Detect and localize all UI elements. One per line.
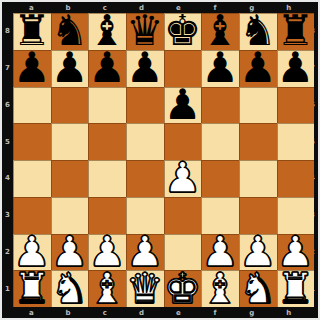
square-h5[interactable] [277,123,315,160]
square-e8[interactable]: ♚ [164,13,202,50]
piece-black-pawn-d7: ♟ [126,50,164,86]
square-b4[interactable] [51,160,89,197]
square-d3[interactable] [126,197,164,234]
square-f2[interactable]: ♟ [201,234,239,271]
square-a1[interactable]: ♜ [13,270,51,307]
square-e1[interactable]: ♚ [164,270,202,307]
square-a5[interactable] [13,123,51,160]
file-label-f: f [214,309,217,317]
square-a6[interactable] [13,87,51,124]
file-label-a: a [29,309,34,317]
rank-label-2: 2 [5,248,10,256]
piece-black-pawn-e6: ♟ [164,87,202,123]
square-h2[interactable]: ♟ [277,234,315,271]
square-a2[interactable]: ♟ [13,234,51,271]
piece-white-pawn-f2: ♟ [201,234,239,270]
square-b8[interactable]: ♞ [51,13,89,50]
square-a7[interactable]: ♟ [13,50,51,87]
piece-white-bishop-c1: ♝ [88,271,126,307]
square-f1[interactable]: ♝ [201,270,239,307]
square-g4[interactable] [239,160,277,197]
square-g6[interactable] [239,87,277,124]
rank-label-5: 5 [5,138,10,146]
piece-black-pawn-f7: ♟ [201,50,239,86]
piece-black-pawn-b7: ♟ [51,50,89,86]
square-c3[interactable] [88,197,126,234]
square-a3[interactable] [13,197,51,234]
piece-black-king-e8: ♚ [164,13,202,49]
rank-label-4: 4 [5,174,10,182]
file-label-h: h [286,309,291,317]
square-d2[interactable]: ♟ [126,234,164,271]
square-f7[interactable]: ♟ [201,50,239,87]
file-label-g: g [249,4,254,12]
square-b7[interactable]: ♟ [51,50,89,87]
piece-black-queen-d8: ♛ [126,13,164,49]
piece-white-bishop-f1: ♝ [201,271,239,307]
square-b3[interactable] [51,197,89,234]
square-e2[interactable] [164,234,202,271]
file-label-c: c [103,309,107,317]
square-g2[interactable]: ♟ [239,234,277,271]
piece-white-queen-d1: ♛ [126,271,164,307]
square-d4[interactable] [126,160,164,197]
square-f6[interactable] [201,87,239,124]
file-label-e: e [176,309,181,317]
piece-white-king-e1: ♚ [164,271,202,307]
piece-black-knight-g8: ♞ [239,13,277,49]
square-c1[interactable]: ♝ [88,270,126,307]
rank-label-7: 7 [5,64,10,72]
file-label-b: b [66,309,71,317]
file-label-a: a [29,4,34,12]
piece-white-pawn-g2: ♟ [239,234,277,270]
square-d8[interactable]: ♛ [126,13,164,50]
square-d1[interactable]: ♛ [126,270,164,307]
rank-label-3: 3 [5,211,10,219]
square-h1[interactable]: ♜ [277,270,315,307]
file-label-e: e [176,4,181,12]
square-e3[interactable] [164,197,202,234]
piece-black-pawn-c7: ♟ [88,50,126,86]
rank-label-1: 1 [5,285,10,293]
rank-label-6: 6 [5,101,10,109]
square-b1[interactable]: ♞ [51,270,89,307]
square-g7[interactable]: ♟ [239,50,277,87]
piece-white-rook-h1: ♜ [277,271,315,307]
square-c5[interactable] [88,123,126,160]
square-a8[interactable]: ♜ [13,13,51,50]
square-h4[interactable] [277,160,315,197]
piece-white-pawn-a2: ♟ [13,234,51,270]
square-h8[interactable]: ♜ [277,13,315,50]
piece-black-pawn-a7: ♟ [13,50,51,86]
piece-white-pawn-h2: ♟ [277,234,315,270]
square-c7[interactable]: ♟ [88,50,126,87]
square-e4[interactable]: ♟ [164,160,202,197]
piece-white-pawn-b2: ♟ [51,234,89,270]
square-b5[interactable] [51,123,89,160]
piece-black-bishop-c8: ♝ [88,13,126,49]
square-f8[interactable]: ♝ [201,13,239,50]
square-b2[interactable]: ♟ [51,234,89,271]
square-g8[interactable]: ♞ [239,13,277,50]
file-label-f: f [214,4,217,12]
piece-white-rook-a1: ♜ [13,271,51,307]
file-label-g: g [249,309,254,317]
piece-white-knight-g1: ♞ [239,271,277,307]
file-labels-bottom: abcdefgh [13,307,307,318]
square-g5[interactable] [239,123,277,160]
square-a4[interactable] [13,160,51,197]
file-labels-top: abcdefgh [13,2,307,13]
piece-black-pawn-h7: ♟ [277,50,315,86]
square-e6[interactable]: ♟ [164,87,202,124]
piece-black-rook-a8: ♜ [13,13,51,49]
square-g1[interactable]: ♞ [239,270,277,307]
square-c8[interactable]: ♝ [88,13,126,50]
square-c4[interactable] [88,160,126,197]
square-b6[interactable] [51,87,89,124]
square-f4[interactable] [201,160,239,197]
piece-white-pawn-d2: ♟ [126,234,164,270]
file-label-d: d [139,4,144,12]
square-f5[interactable] [201,123,239,160]
piece-white-knight-b1: ♞ [51,271,89,307]
piece-white-pawn-c2: ♟ [88,234,126,270]
square-f3[interactable] [201,197,239,234]
rank-labels-left: 87654321 [2,13,13,307]
square-h3[interactable] [277,197,315,234]
piece-white-pawn-e4: ♟ [164,160,202,196]
file-label-c: c [103,4,107,12]
square-d5[interactable] [126,123,164,160]
square-h7[interactable]: ♟ [277,50,315,87]
piece-black-pawn-g7: ♟ [239,50,277,86]
square-e5[interactable] [164,123,202,160]
square-d7[interactable]: ♟ [126,50,164,87]
page-background: { "game": "chess", "position": { "fen": … [0,0,320,320]
piece-black-rook-h8: ♜ [277,13,315,49]
square-c2[interactable]: ♟ [88,234,126,271]
square-c6[interactable] [88,87,126,124]
rank-label-8: 8 [5,27,10,35]
chess-board: ♜♞♝♛♚♝♞♜♟♟♟♟♟♟♟♟♟♟♟♟♟♟♟♟♜♞♝♛♚♝♞♜ [13,13,307,307]
square-d6[interactable] [126,87,164,124]
file-label-h: h [286,4,291,12]
piece-black-knight-b8: ♞ [51,13,89,49]
file-label-d: d [139,309,144,317]
square-h6[interactable] [277,87,315,124]
square-e7[interactable] [164,50,202,87]
file-label-b: b [66,4,71,12]
square-g3[interactable] [239,197,277,234]
board-frame: abcdefgh abcdefgh 87654321 87654321 ♜♞♝♛… [2,2,318,318]
piece-black-bishop-f8: ♝ [201,13,239,49]
